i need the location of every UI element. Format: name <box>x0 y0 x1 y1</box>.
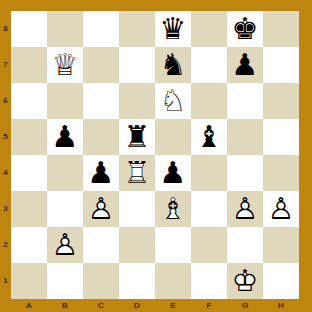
black-pawn[interactable]: ♟ <box>47 119 83 155</box>
square-d6[interactable] <box>119 83 155 119</box>
white-pawn-glyph: ♙ <box>83 191 119 227</box>
square-f7[interactable] <box>191 47 227 83</box>
rank-label-1: 1 <box>0 263 11 299</box>
white-king[interactable]: ♚♔ <box>227 263 263 299</box>
square-g5[interactable] <box>227 119 263 155</box>
white-bishop-glyph: ♗ <box>155 191 191 227</box>
square-g8[interactable]: ♚ <box>227 11 263 47</box>
rank-label-6: 6 <box>0 83 11 119</box>
square-f6[interactable] <box>191 83 227 119</box>
file-label-f: F <box>191 299 227 312</box>
rank-label-7: 7 <box>0 47 11 83</box>
square-a2[interactable] <box>11 227 47 263</box>
square-a1[interactable] <box>11 263 47 299</box>
square-b4[interactable] <box>47 155 83 191</box>
square-f3[interactable] <box>191 191 227 227</box>
square-b8[interactable] <box>47 11 83 47</box>
square-h1[interactable] <box>263 263 299 299</box>
square-a8[interactable] <box>11 11 47 47</box>
square-c3[interactable]: ♟♙ <box>83 191 119 227</box>
square-e3[interactable]: ♝♗ <box>155 191 191 227</box>
square-b1[interactable] <box>47 263 83 299</box>
square-e7[interactable]: ♞ <box>155 47 191 83</box>
square-f5[interactable]: ♝ <box>191 119 227 155</box>
file-label-d: D <box>119 299 155 312</box>
square-h4[interactable] <box>263 155 299 191</box>
square-d4[interactable]: ♜♖ <box>119 155 155 191</box>
square-c6[interactable] <box>83 83 119 119</box>
white-knight-glyph: ♘ <box>155 83 191 119</box>
white-pawn-glyph: ♙ <box>227 191 263 227</box>
square-f8[interactable] <box>191 11 227 47</box>
white-pawn[interactable]: ♟♙ <box>83 191 119 227</box>
square-d5[interactable]: ♜ <box>119 119 155 155</box>
file-label-g: G <box>227 299 263 312</box>
square-c5[interactable] <box>83 119 119 155</box>
black-pawn[interactable]: ♟ <box>83 155 119 191</box>
square-f1[interactable] <box>191 263 227 299</box>
white-pawn-glyph: ♙ <box>263 191 299 227</box>
rank-label-3: 3 <box>0 191 11 227</box>
square-e2[interactable] <box>155 227 191 263</box>
rank-label-4: 4 <box>0 155 11 191</box>
square-c2[interactable] <box>83 227 119 263</box>
square-h2[interactable] <box>263 227 299 263</box>
square-g2[interactable] <box>227 227 263 263</box>
black-king[interactable]: ♚ <box>227 11 263 47</box>
square-a5[interactable] <box>11 119 47 155</box>
square-e6[interactable]: ♞♘ <box>155 83 191 119</box>
square-a7[interactable] <box>11 47 47 83</box>
white-king-glyph: ♔ <box>227 263 263 299</box>
file-label-c: C <box>83 299 119 312</box>
square-b5[interactable]: ♟ <box>47 119 83 155</box>
square-e8[interactable]: ♛ <box>155 11 191 47</box>
square-f2[interactable] <box>191 227 227 263</box>
file-label-h: H <box>263 299 299 312</box>
square-f4[interactable] <box>191 155 227 191</box>
rank-label-2: 2 <box>0 227 11 263</box>
black-queen[interactable]: ♛ <box>155 11 191 47</box>
white-pawn[interactable]: ♟♙ <box>47 227 83 263</box>
white-rook[interactable]: ♜♖ <box>119 155 155 191</box>
square-c7[interactable] <box>83 47 119 83</box>
square-h8[interactable] <box>263 11 299 47</box>
square-h5[interactable] <box>263 119 299 155</box>
square-c4[interactable]: ♟ <box>83 155 119 191</box>
white-knight[interactable]: ♞♘ <box>155 83 191 119</box>
white-queen-glyph: ♕ <box>47 47 83 83</box>
square-a4[interactable] <box>11 155 47 191</box>
square-b3[interactable] <box>47 191 83 227</box>
square-d2[interactable] <box>119 227 155 263</box>
black-bishop[interactable]: ♝ <box>191 119 227 155</box>
square-b2[interactable]: ♟♙ <box>47 227 83 263</box>
square-d8[interactable] <box>119 11 155 47</box>
black-pawn[interactable]: ♟ <box>155 155 191 191</box>
square-d3[interactable] <box>119 191 155 227</box>
chess-board-frame: ♛♚♛♕♞♟♞♘♟♜♝♟♜♖♟♟♙♝♗♟♙♟♙♟♙♚♔ 87654321 ABC… <box>0 0 312 312</box>
square-c1[interactable] <box>83 263 119 299</box>
square-h6[interactable] <box>263 83 299 119</box>
square-e1[interactable] <box>155 263 191 299</box>
black-knight[interactable]: ♞ <box>155 47 191 83</box>
file-label-a: A <box>11 299 47 312</box>
square-d7[interactable] <box>119 47 155 83</box>
square-a3[interactable] <box>11 191 47 227</box>
square-g3[interactable]: ♟♙ <box>227 191 263 227</box>
square-b7[interactable]: ♛♕ <box>47 47 83 83</box>
white-queen[interactable]: ♛♕ <box>47 47 83 83</box>
black-pawn[interactable]: ♟ <box>227 47 263 83</box>
file-label-e: E <box>155 299 191 312</box>
square-g6[interactable] <box>227 83 263 119</box>
square-e4[interactable]: ♟ <box>155 155 191 191</box>
square-g7[interactable]: ♟ <box>227 47 263 83</box>
square-h7[interactable] <box>263 47 299 83</box>
rank-label-5: 5 <box>0 119 11 155</box>
square-h3[interactable]: ♟♙ <box>263 191 299 227</box>
square-d1[interactable] <box>119 263 155 299</box>
white-bishop[interactable]: ♝♗ <box>155 191 191 227</box>
square-b6[interactable] <box>47 83 83 119</box>
file-label-b: B <box>47 299 83 312</box>
chess-board: ♛♚♛♕♞♟♞♘♟♜♝♟♜♖♟♟♙♝♗♟♙♟♙♟♙♚♔ <box>11 11 299 299</box>
square-g4[interactable] <box>227 155 263 191</box>
white-pawn[interactable]: ♟♙ <box>263 191 299 227</box>
square-a6[interactable] <box>11 83 47 119</box>
square-c8[interactable] <box>83 11 119 47</box>
rank-label-8: 8 <box>0 11 11 47</box>
white-pawn[interactable]: ♟♙ <box>227 191 263 227</box>
white-rook-glyph: ♖ <box>119 155 155 191</box>
square-g1[interactable]: ♚♔ <box>227 263 263 299</box>
black-rook[interactable]: ♜ <box>119 119 155 155</box>
white-pawn-glyph: ♙ <box>47 227 83 263</box>
square-e5[interactable] <box>155 119 191 155</box>
